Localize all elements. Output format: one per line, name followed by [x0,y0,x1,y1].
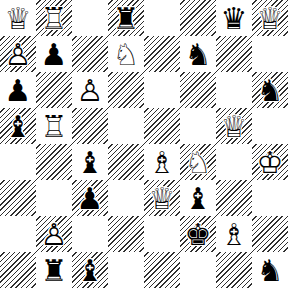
square-h2[interactable] [252,216,288,252]
square-g6[interactable] [216,72,252,108]
square-e7[interactable] [144,36,180,72]
square-a2[interactable] [0,216,36,252]
square-b1[interactable]: ♜♜ [36,252,72,288]
piece-glyph: ♜ [108,0,144,36]
square-a7[interactable]: ♟♙ [0,36,36,72]
black-pawn-a6: ♟♟ [0,72,36,108]
square-b6[interactable] [36,72,72,108]
square-c1[interactable]: ♝♝ [72,252,108,288]
white-pawn-b2: ♟♙ [36,216,72,252]
white-queen-e3: ♛♕ [144,180,180,216]
square-e1[interactable] [144,252,180,288]
square-h7[interactable] [252,36,288,72]
square-d1[interactable] [108,252,144,288]
piece-glyph: ♗ [144,144,180,180]
square-a5[interactable]: ♝♝ [0,108,36,144]
white-queen-a8: ♛♕ [0,0,36,36]
white-queen-h8: ♛♕ [252,0,288,36]
square-g3[interactable] [216,180,252,216]
white-king-h4: ♚♔ [252,144,288,180]
square-a3[interactable] [0,180,36,216]
black-bishop-a5: ♝♝ [0,108,36,144]
square-a4[interactable] [0,144,36,180]
black-bishop-f3: ♝♝ [180,180,216,216]
square-e3[interactable]: ♛♕ [144,180,180,216]
black-pawn-b7: ♟♟ [36,36,72,72]
piece-glyph: ♝ [72,144,108,180]
square-b5[interactable]: ♜♖ [36,108,72,144]
piece-glyph: ♙ [36,216,72,252]
black-queen-g8: ♛♛ [216,0,252,36]
black-knight-f7: ♞♞ [180,36,216,72]
piece-glyph: ♘ [180,144,216,180]
square-b2[interactable]: ♟♙ [36,216,72,252]
white-bishop-g2: ♝♗ [216,216,252,252]
square-d7[interactable]: ♞♘ [108,36,144,72]
square-g2[interactable]: ♝♗ [216,216,252,252]
chess-board: ♛♕♜♖♜♜♛♛♛♕♟♙♟♟♞♘♞♞♟♟♟♙♞♞♝♝♜♖♛♕♝♝♝♗♞♘♚♔♟♟… [0,0,288,288]
white-pawn-c6: ♟♙ [72,72,108,108]
piece-glyph: ♖ [36,0,72,36]
square-h1[interactable]: ♞♞ [252,252,288,288]
white-knight-f4: ♞♘ [180,144,216,180]
piece-glyph: ♚ [180,216,216,252]
square-f8[interactable] [180,0,216,36]
black-bishop-c4: ♝♝ [72,144,108,180]
square-g4[interactable] [216,144,252,180]
piece-glyph: ♝ [72,252,108,288]
piece-glyph: ♙ [72,72,108,108]
square-d2[interactable] [108,216,144,252]
square-g8[interactable]: ♛♛ [216,0,252,36]
black-bishop-c1: ♝♝ [72,252,108,288]
square-e5[interactable] [144,108,180,144]
square-c2[interactable] [72,216,108,252]
black-pawn-c3: ♟♟ [72,180,108,216]
piece-glyph: ♟ [36,36,72,72]
square-f2[interactable]: ♚♚ [180,216,216,252]
square-f5[interactable] [180,108,216,144]
piece-glyph: ♔ [252,144,288,180]
square-b7[interactable]: ♟♟ [36,36,72,72]
square-b8[interactable]: ♜♖ [36,0,72,36]
square-d3[interactable] [108,180,144,216]
piece-glyph: ♕ [0,0,36,36]
square-a1[interactable] [0,252,36,288]
square-c3[interactable]: ♟♟ [72,180,108,216]
square-d4[interactable] [108,144,144,180]
square-g1[interactable] [216,252,252,288]
square-c7[interactable] [72,36,108,72]
square-g7[interactable] [216,36,252,72]
piece-glyph: ♙ [0,36,36,72]
square-h4[interactable]: ♚♔ [252,144,288,180]
piece-glyph: ♞ [180,36,216,72]
square-d6[interactable] [108,72,144,108]
square-c5[interactable] [72,108,108,144]
piece-glyph: ♕ [216,108,252,144]
square-b3[interactable] [36,180,72,216]
piece-glyph: ♞ [252,72,288,108]
black-knight-h1: ♞♞ [252,252,288,288]
piece-glyph: ♝ [0,108,36,144]
square-a6[interactable]: ♟♟ [0,72,36,108]
white-queen-g5: ♛♕ [216,108,252,144]
piece-glyph: ♕ [252,0,288,36]
square-h5[interactable] [252,108,288,144]
white-pawn-a7: ♟♙ [0,36,36,72]
piece-glyph: ♛ [216,0,252,36]
square-f3[interactable]: ♝♝ [180,180,216,216]
square-c8[interactable] [72,0,108,36]
piece-glyph: ♞ [252,252,288,288]
square-h8[interactable]: ♛♕ [252,0,288,36]
piece-glyph: ♖ [36,108,72,144]
black-knight-h6: ♞♞ [252,72,288,108]
black-rook-b1: ♜♜ [36,252,72,288]
piece-glyph: ♗ [216,216,252,252]
white-rook-b5: ♜♖ [36,108,72,144]
piece-glyph: ♝ [180,180,216,216]
square-d8[interactable]: ♜♜ [108,0,144,36]
square-e8[interactable] [144,0,180,36]
piece-glyph: ♟ [72,180,108,216]
square-e2[interactable] [144,216,180,252]
square-f1[interactable] [180,252,216,288]
square-g5[interactable]: ♛♕ [216,108,252,144]
square-c6[interactable]: ♟♙ [72,72,108,108]
square-e6[interactable] [144,72,180,108]
white-rook-b8: ♜♖ [36,0,72,36]
piece-glyph: ♟ [0,72,36,108]
square-f6[interactable] [180,72,216,108]
white-knight-d7: ♞♘ [108,36,144,72]
square-a8[interactable]: ♛♕ [0,0,36,36]
square-h6[interactable]: ♞♞ [252,72,288,108]
square-d5[interactable] [108,108,144,144]
square-f4[interactable]: ♞♘ [180,144,216,180]
square-h3[interactable] [252,180,288,216]
square-f7[interactable]: ♞♞ [180,36,216,72]
white-bishop-e4: ♝♗ [144,144,180,180]
black-king-f2: ♚♚ [180,216,216,252]
square-e4[interactable]: ♝♗ [144,144,180,180]
piece-glyph: ♜ [36,252,72,288]
piece-glyph: ♘ [108,36,144,72]
piece-glyph: ♕ [144,180,180,216]
black-rook-d8: ♜♜ [108,0,144,36]
square-c4[interactable]: ♝♝ [72,144,108,180]
square-b4[interactable] [36,144,72,180]
